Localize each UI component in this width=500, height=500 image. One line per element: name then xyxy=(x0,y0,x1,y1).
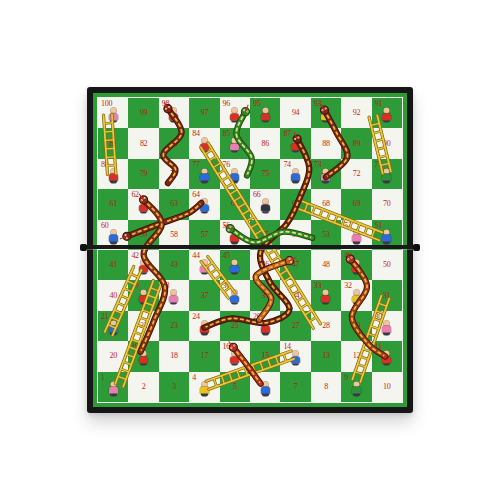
cell-number: 19 xyxy=(131,343,138,351)
kid-legs xyxy=(353,302,360,305)
kid-legs xyxy=(231,242,238,245)
cell-79: 79 xyxy=(128,159,158,189)
kid-illustration xyxy=(260,320,271,335)
kid-legs xyxy=(201,150,208,153)
cell-number: 30 xyxy=(375,313,382,321)
cell-2: 2 xyxy=(128,372,158,402)
cell-65: 65 xyxy=(220,189,250,219)
cell-77: 77 xyxy=(189,159,219,189)
kid-illustration xyxy=(138,199,149,214)
kid-shirt xyxy=(352,235,361,243)
kid-shirt xyxy=(109,113,118,121)
kid-shirt xyxy=(352,387,361,395)
kid-legs xyxy=(201,272,208,275)
cell-41: 41 xyxy=(98,250,128,280)
kid-illustration xyxy=(229,229,240,244)
kid-illustration xyxy=(351,260,362,275)
kid-shirt xyxy=(291,356,300,364)
kid-shirt xyxy=(230,174,239,182)
cell-number: 70 xyxy=(383,200,390,208)
board-green-margin: 1009998979695949392918182838485868788899… xyxy=(93,93,407,407)
cell-number: 96 xyxy=(223,100,230,108)
cell-number: 5 xyxy=(233,383,237,391)
cell-6: 6 xyxy=(250,372,280,402)
kid-shirt xyxy=(109,387,118,395)
cell-number: 2 xyxy=(142,383,146,391)
cell-number: 39 xyxy=(131,282,138,290)
cell-48: 48 xyxy=(311,250,341,280)
cell-number: 44 xyxy=(192,252,199,260)
cell-number: 46 xyxy=(261,261,268,269)
cell-number: 35 xyxy=(261,292,268,300)
cell-number: 73 xyxy=(314,161,321,169)
cell-46: 46 xyxy=(250,250,280,280)
cell-number: 36 xyxy=(223,282,230,290)
cell-number: 16 xyxy=(223,343,230,351)
kid-illustration xyxy=(320,168,331,183)
cell-15: 15 xyxy=(250,341,280,371)
cell-number: 32 xyxy=(344,282,351,290)
cell-number: 71 xyxy=(375,161,382,169)
cell-91: 91 xyxy=(372,98,402,128)
kid-legs xyxy=(201,211,208,214)
photo-stage: 1009998979695949392918182838485868788899… xyxy=(0,0,500,500)
kid-shirt xyxy=(261,204,270,212)
kid-shirt xyxy=(261,387,270,395)
kid-head xyxy=(384,108,390,114)
cell-number: 74 xyxy=(283,161,290,169)
kid-legs xyxy=(322,120,329,123)
cell-number: 54 xyxy=(292,231,299,239)
kid-legs xyxy=(292,181,299,184)
kid-illustration xyxy=(381,320,392,335)
cell-95: 95 xyxy=(250,98,280,128)
kid-legs xyxy=(140,211,147,214)
cell-number: 22 xyxy=(140,322,147,330)
cell-number: 45 xyxy=(223,252,230,260)
kid-head xyxy=(232,229,238,235)
kid-head xyxy=(201,381,207,387)
cell-38: 38 xyxy=(159,280,189,310)
kid-illustration xyxy=(229,260,240,275)
cell-number: 84 xyxy=(192,130,199,138)
kid-illustration xyxy=(381,168,392,183)
cell-number: 56 xyxy=(223,222,230,230)
cell-number: 26 xyxy=(253,313,260,321)
kid-illustration xyxy=(168,108,179,123)
kid-head xyxy=(232,260,238,266)
cell-number: 98 xyxy=(162,100,169,108)
cell-87: 87 xyxy=(280,128,310,158)
cell-42: 42 xyxy=(128,250,158,280)
kid-illustration xyxy=(199,199,210,214)
cell-26: 26 xyxy=(250,311,280,341)
cell-number: 25 xyxy=(231,322,238,330)
cell-number: 9 xyxy=(344,374,348,382)
kid-legs xyxy=(292,363,299,366)
cell-9: 9 xyxy=(341,372,371,402)
cell-62: 62 xyxy=(128,189,158,219)
kid-head xyxy=(262,381,268,387)
kid-head xyxy=(171,108,177,114)
cell-number: 8 xyxy=(324,383,328,391)
cell-32: 32 xyxy=(341,280,371,310)
kid-illustration xyxy=(260,381,271,396)
cell-number: 31 xyxy=(383,292,390,300)
cell-28: 28 xyxy=(311,311,341,341)
kid-illustration xyxy=(260,199,271,214)
cell-number: 1 xyxy=(101,374,105,382)
cell-94: 94 xyxy=(280,98,310,128)
cell-23: 23 xyxy=(159,311,189,341)
kid-head xyxy=(171,290,177,296)
kid-shirt xyxy=(109,174,118,182)
cell-7: 7 xyxy=(280,372,310,402)
cell-number: 82 xyxy=(140,140,147,148)
kid-legs xyxy=(383,181,390,184)
kid-illustration xyxy=(381,229,392,244)
kid-shirt xyxy=(352,265,361,273)
cell-number: 13 xyxy=(322,352,329,360)
kid-illustration xyxy=(199,381,210,396)
kid-head xyxy=(232,168,238,174)
cell-76: 76 xyxy=(220,159,250,189)
cell-number: 23 xyxy=(170,322,177,330)
cell-99: 99 xyxy=(128,98,158,128)
cell-number: 21 xyxy=(101,313,108,321)
cell-98: 98 xyxy=(159,98,189,128)
cell-number: 24 xyxy=(192,313,199,321)
kid-illustration xyxy=(138,260,149,275)
cell-88: 88 xyxy=(311,128,341,158)
kid-illustration xyxy=(229,108,240,123)
kid-legs xyxy=(383,242,390,245)
cell-number: 90 xyxy=(383,140,390,148)
cell-number: 99 xyxy=(140,109,147,117)
cell-85: 85 xyxy=(220,128,250,158)
kid-illustration xyxy=(229,351,240,366)
kid-legs xyxy=(383,333,390,336)
kid-legs xyxy=(231,181,238,184)
cell-number: 68 xyxy=(322,200,329,208)
cell-number: 50 xyxy=(383,261,390,269)
cell-number: 89 xyxy=(353,140,360,148)
kid-shirt xyxy=(382,174,391,182)
kid-shirt xyxy=(261,113,270,121)
kid-legs xyxy=(170,302,177,305)
cell-number: 58 xyxy=(170,231,177,239)
cell-17: 17 xyxy=(189,341,219,371)
cell-number: 77 xyxy=(192,161,199,169)
cell-number: 6 xyxy=(253,374,257,382)
cell-number: 88 xyxy=(322,140,329,148)
kid-legs xyxy=(231,363,238,366)
kid-head xyxy=(262,199,268,205)
kid-legs xyxy=(140,272,147,275)
kid-head xyxy=(384,229,390,235)
cell-10: 10 xyxy=(372,372,402,402)
kid-legs xyxy=(292,150,299,153)
cell-number: 66 xyxy=(253,191,260,199)
cell-64: 64 xyxy=(189,189,219,219)
kid-legs xyxy=(110,242,117,245)
cell-number: 78 xyxy=(170,170,177,178)
kid-legs xyxy=(322,302,329,305)
cell-14: 14 xyxy=(280,341,310,371)
cell-number: 20 xyxy=(109,352,116,360)
cell-number: 64 xyxy=(192,191,199,199)
kid-shirt xyxy=(230,295,239,303)
cell-49: 49 xyxy=(341,250,371,280)
kid-illustration xyxy=(168,290,179,305)
cell-number: 7 xyxy=(294,383,298,391)
kid-head xyxy=(141,290,147,296)
kid-shirt xyxy=(109,326,118,334)
kid-legs xyxy=(201,394,208,397)
cell-number: 14 xyxy=(283,343,290,351)
kid-head xyxy=(323,290,329,296)
cell-number: 42 xyxy=(131,252,138,260)
cell-82: 82 xyxy=(128,128,158,158)
cell-33: 33 xyxy=(311,280,341,310)
cell-89: 89 xyxy=(341,128,371,158)
cell-90: 90 xyxy=(372,128,402,158)
kid-shirt xyxy=(321,174,330,182)
cell-number: 29 xyxy=(353,322,360,330)
kid-shirt xyxy=(169,295,178,303)
kid-shirt xyxy=(321,113,330,121)
kid-head xyxy=(232,290,238,296)
cell-83: 83 xyxy=(159,128,189,158)
cell-13: 13 xyxy=(311,341,341,371)
kid-head xyxy=(110,381,116,387)
kid-head xyxy=(353,229,359,235)
cell-number: 57 xyxy=(201,231,208,239)
kid-illustration xyxy=(199,168,210,183)
kid-illustration xyxy=(351,290,362,305)
kid-legs xyxy=(140,363,147,366)
kid-head xyxy=(323,108,329,114)
kid-shirt xyxy=(139,295,148,303)
kid-shirt xyxy=(382,356,391,364)
kid-shirt xyxy=(139,204,148,212)
cell-number: 79 xyxy=(140,170,147,178)
kid-shirt xyxy=(230,265,239,273)
cell-30: 30 xyxy=(372,311,402,341)
kid-legs xyxy=(110,394,117,397)
kid-illustration xyxy=(108,381,119,396)
cell-25: 25 xyxy=(220,311,250,341)
kid-shirt xyxy=(230,113,239,121)
kid-shirt xyxy=(200,204,209,212)
kid-shirt xyxy=(291,174,300,182)
cell-number: 28 xyxy=(322,322,329,330)
hinge-tab-right xyxy=(413,244,420,251)
cell-number: 11 xyxy=(375,343,382,351)
cell-number: 97 xyxy=(201,109,208,117)
kid-head xyxy=(110,229,116,235)
kid-legs xyxy=(262,394,269,397)
kid-shirt xyxy=(382,235,391,243)
kid-illustration xyxy=(108,320,119,335)
kid-shirt xyxy=(200,326,209,334)
cell-72: 72 xyxy=(341,159,371,189)
cell-40: 40 xyxy=(98,280,128,310)
kid-legs xyxy=(170,120,177,123)
cell-number: 95 xyxy=(253,100,260,108)
kid-shirt xyxy=(261,326,270,334)
kid-illustration xyxy=(290,138,301,153)
kid-illustration xyxy=(290,168,301,183)
cell-20: 20 xyxy=(98,341,128,371)
cell-71: 71 xyxy=(372,159,402,189)
cell-86: 86 xyxy=(250,128,280,158)
cell-number: 61 xyxy=(109,200,116,208)
kid-shirt xyxy=(230,143,239,151)
cell-number: 94 xyxy=(292,109,299,117)
cell-70: 70 xyxy=(372,189,402,219)
cell-number: 53 xyxy=(322,231,329,239)
kid-head xyxy=(384,168,390,174)
kid-illustration xyxy=(351,229,362,244)
cell-number: 17 xyxy=(201,352,208,360)
kid-head xyxy=(141,199,147,205)
cell-5: 5 xyxy=(220,372,250,402)
kid-shirt xyxy=(200,387,209,395)
kid-illustration xyxy=(229,168,240,183)
cell-number: 80 xyxy=(101,161,108,169)
kid-shirt xyxy=(291,143,300,151)
cell-100: 100 xyxy=(98,98,128,128)
kid-head xyxy=(384,351,390,357)
kid-illustration xyxy=(108,229,119,244)
cell-number: 3 xyxy=(172,383,176,391)
cell-22: 22 xyxy=(128,311,158,341)
kid-shirt xyxy=(200,174,209,182)
cell-number: 41 xyxy=(109,261,116,269)
cell-92: 92 xyxy=(341,98,371,128)
cell-24: 24 xyxy=(189,311,219,341)
kid-illustration xyxy=(229,138,240,153)
cell-number: 33 xyxy=(314,282,321,290)
kid-legs xyxy=(262,211,269,214)
cell-number: 91 xyxy=(375,100,382,108)
kid-head xyxy=(323,168,329,174)
cell-number: 69 xyxy=(353,200,360,208)
kid-shirt xyxy=(109,235,118,243)
cell-number: 93 xyxy=(314,100,321,108)
kid-head xyxy=(201,320,207,326)
cell-69: 69 xyxy=(341,189,371,219)
cell-number: 51 xyxy=(375,222,382,230)
cell-29: 29 xyxy=(341,311,371,341)
cell-19: 19 xyxy=(128,341,158,371)
cell-45: 45 xyxy=(220,250,250,280)
cell-37: 37 xyxy=(189,280,219,310)
cell-number: 49 xyxy=(344,252,351,260)
board-grid-frame: 1009998979695949392918182838485868788899… xyxy=(97,97,403,403)
cell-number: 63 xyxy=(170,200,177,208)
kid-head xyxy=(110,168,116,174)
kid-legs xyxy=(322,181,329,184)
kid-illustration xyxy=(381,351,392,366)
kid-head xyxy=(262,108,268,114)
kid-illustration xyxy=(290,351,301,366)
cell-75: 75 xyxy=(250,159,280,189)
kid-head xyxy=(141,351,147,357)
cell-93: 93 xyxy=(311,98,341,128)
cell-number: 55 xyxy=(261,231,268,239)
kid-legs xyxy=(110,181,117,184)
kid-illustration xyxy=(199,320,210,335)
kid-illustration xyxy=(381,108,392,123)
cell-96: 96 xyxy=(220,98,250,128)
cell-39: 39 xyxy=(128,280,158,310)
cell-number: 12 xyxy=(353,352,360,360)
kid-head xyxy=(201,138,207,144)
cell-78: 78 xyxy=(159,159,189,189)
cell-74: 74 xyxy=(280,159,310,189)
kid-head xyxy=(201,168,207,174)
cell-number: 75 xyxy=(261,170,268,178)
cell-3: 3 xyxy=(159,372,189,402)
cell-44: 44 xyxy=(189,250,219,280)
kid-head xyxy=(141,260,147,266)
cell-number: 15 xyxy=(261,352,268,360)
cell-81: 81 xyxy=(98,128,128,158)
kid-illustration xyxy=(351,381,362,396)
kid-head xyxy=(201,260,207,266)
cell-35: 35 xyxy=(250,280,280,310)
cell-number: 43 xyxy=(170,261,177,269)
cell-number: 38 xyxy=(162,282,169,290)
kid-illustration xyxy=(320,108,331,123)
kid-shirt xyxy=(139,356,148,364)
kid-head xyxy=(232,138,238,144)
kid-head xyxy=(110,108,116,114)
cell-number: 37 xyxy=(201,292,208,300)
kid-shirt xyxy=(200,143,209,151)
cell-97: 97 xyxy=(189,98,219,128)
cell-number: 86 xyxy=(261,140,268,148)
cell-number: 10 xyxy=(383,383,390,391)
hinge-tab-left xyxy=(80,244,87,251)
cell-number: 18 xyxy=(170,352,177,360)
cell-84: 84 xyxy=(189,128,219,158)
cell-number: 100 xyxy=(101,100,112,108)
cell-47: 47 xyxy=(280,250,310,280)
kid-shirt xyxy=(230,235,239,243)
cell-number: 65 xyxy=(231,200,238,208)
kid-legs xyxy=(383,363,390,366)
kid-shirt xyxy=(352,295,361,303)
kid-shirt xyxy=(382,326,391,334)
kid-shirt xyxy=(382,113,391,121)
cell-68: 68 xyxy=(311,189,341,219)
kid-legs xyxy=(353,272,360,275)
cell-number: 40 xyxy=(109,292,116,300)
kid-illustration xyxy=(199,138,210,153)
cell-number: 4 xyxy=(192,374,196,382)
kid-legs xyxy=(262,120,269,123)
kid-legs xyxy=(353,394,360,397)
cell-34: 34 xyxy=(280,280,310,310)
cell-number: 34 xyxy=(292,292,299,300)
cell-number: 85 xyxy=(223,130,230,138)
kid-shirt xyxy=(139,265,148,273)
kid-illustration xyxy=(108,168,119,183)
kid-head xyxy=(384,320,390,326)
